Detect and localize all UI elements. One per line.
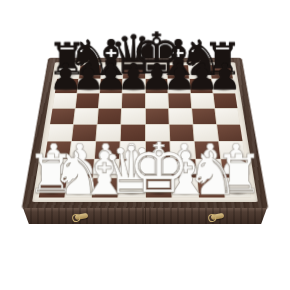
square-d5[interactable]: [122, 109, 145, 124]
square-e1[interactable]: ♚: [145, 178, 171, 197]
white-king-e1[interactable]: ♚: [127, 134, 189, 203]
board-front-edge: [23, 208, 267, 224]
square-g5[interactable]: [192, 109, 216, 124]
brass-clasp-right[interactable]: [211, 213, 225, 220]
square-b5[interactable]: [74, 109, 98, 124]
brass-clasp-left[interactable]: [75, 213, 89, 220]
square-a5[interactable]: [50, 109, 75, 124]
square-c5[interactable]: [98, 109, 122, 124]
board-frame: ♜♞♝♛♚♝♞♜♟♟♟♟♟♟♟♟♟♟♟♟♟♟♟♟♜♞♝♛♚♝♞♜: [22, 58, 268, 209]
square-h7[interactable]: ♟: [212, 79, 235, 93]
square-g1[interactable]: ♞: [197, 178, 224, 197]
black-pawn-h7[interactable]: ♟: [208, 59, 241, 96]
square-f5[interactable]: [169, 109, 193, 124]
scene: ♜♞♝♛♚♝♞♜♟♟♟♟♟♟♟♟♟♟♟♟♟♟♟♟♜♞♝♛♚♝♞♜: [0, 0, 290, 290]
square-h5[interactable]: [215, 109, 240, 124]
chess-board: ♜♞♝♛♚♝♞♜♟♟♟♟♟♟♟♟♟♟♟♟♟♟♟♟♜♞♝♛♚♝♞♜: [22, 58, 268, 209]
board-grid: ♜♞♝♛♚♝♞♜♟♟♟♟♟♟♟♟♟♟♟♟♟♟♟♟♜♞♝♛♚♝♞♜: [39, 65, 251, 197]
square-e5[interactable]: [145, 109, 168, 124]
hinge-seam: [145, 208, 146, 224]
board-margin: ♜♞♝♛♚♝♞♜♟♟♟♟♟♟♟♟♟♟♟♟♟♟♟♟♜♞♝♛♚♝♞♜: [32, 62, 258, 202]
white-knight-g1[interactable]: ♞: [186, 143, 239, 202]
product-photo-canvas: ♜♞♝♛♚♝♞♜♟♟♟♟♟♟♟♟♟♟♟♟♟♟♟♟♜♞♝♛♚♝♞♜: [0, 0, 290, 290]
